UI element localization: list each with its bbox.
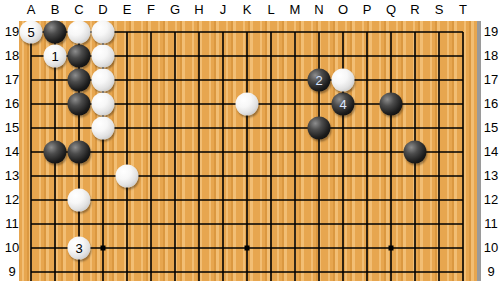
row-label-right-12: 12 bbox=[482, 188, 500, 212]
col-label-E: E bbox=[123, 1, 132, 19]
black-stone-N17[interactable]: 2 bbox=[308, 69, 331, 92]
go-board[interactable]: 24513 bbox=[19, 21, 477, 281]
black-stone-R14[interactable] bbox=[404, 141, 427, 164]
col-label-P: P bbox=[363, 1, 372, 19]
col-label-C: C bbox=[74, 1, 83, 19]
star-point-K10 bbox=[245, 246, 250, 251]
row-label-right-15: 15 bbox=[482, 116, 500, 140]
col-label-R: R bbox=[410, 1, 419, 19]
row-label-left-11: 11 bbox=[0, 212, 24, 236]
row-label-left-19: 19 bbox=[0, 20, 24, 44]
col-label-T: T bbox=[459, 1, 467, 19]
col-label-L: L bbox=[267, 1, 274, 19]
go-kifu-viewport: 24513 ABCDEFGHJKLMNOPQRST191918181717161… bbox=[0, 0, 500, 281]
row-label-right-16: 16 bbox=[482, 92, 500, 116]
white-stone-D17[interactable] bbox=[92, 69, 115, 92]
black-stone-C17[interactable] bbox=[68, 69, 91, 92]
white-stone-D16[interactable] bbox=[92, 93, 115, 116]
col-label-A: A bbox=[27, 1, 36, 19]
black-stone-C16[interactable] bbox=[68, 93, 91, 116]
col-label-H: H bbox=[194, 1, 203, 19]
board-edge-shadow bbox=[477, 21, 481, 281]
black-stone-C14[interactable] bbox=[68, 141, 91, 164]
star-point-Q10 bbox=[389, 246, 394, 251]
col-label-B: B bbox=[51, 1, 60, 19]
row-label-right-11: 11 bbox=[482, 212, 500, 236]
row-label-left-15: 15 bbox=[0, 116, 24, 140]
white-stone-C10[interactable]: 3 bbox=[68, 237, 91, 260]
row-label-right-19: 19 bbox=[482, 20, 500, 44]
col-label-O: O bbox=[338, 1, 348, 19]
white-stone-C19[interactable] bbox=[68, 21, 91, 44]
col-label-K: K bbox=[243, 1, 252, 19]
white-stone-C12[interactable] bbox=[68, 189, 91, 212]
col-label-M: M bbox=[290, 1, 301, 19]
white-stone-D19[interactable] bbox=[92, 21, 115, 44]
row-label-right-17: 17 bbox=[482, 68, 500, 92]
star-point-D10 bbox=[101, 246, 106, 251]
black-stone-C18[interactable] bbox=[68, 45, 91, 68]
black-stone-Q16[interactable] bbox=[380, 93, 403, 116]
black-stone-B14[interactable] bbox=[44, 141, 67, 164]
row-label-left-16: 16 bbox=[0, 92, 24, 116]
col-label-J: J bbox=[220, 1, 227, 19]
row-label-left-13: 13 bbox=[0, 164, 24, 188]
row-label-left-9: 9 bbox=[0, 260, 24, 281]
white-stone-E13[interactable] bbox=[116, 165, 139, 188]
row-label-right-9: 9 bbox=[482, 260, 500, 281]
col-label-G: G bbox=[170, 1, 180, 19]
white-stone-K16[interactable] bbox=[236, 93, 259, 116]
black-stone-N15[interactable] bbox=[308, 117, 331, 140]
white-stone-O17[interactable] bbox=[332, 69, 355, 92]
col-label-Q: Q bbox=[386, 1, 396, 19]
col-label-D: D bbox=[98, 1, 107, 19]
white-stone-D15[interactable] bbox=[92, 117, 115, 140]
row-label-left-10: 10 bbox=[0, 236, 24, 260]
black-stone-B19[interactable] bbox=[44, 21, 67, 44]
row-label-right-18: 18 bbox=[482, 44, 500, 68]
row-label-left-18: 18 bbox=[0, 44, 24, 68]
col-label-F: F bbox=[147, 1, 155, 19]
row-label-left-17: 17 bbox=[0, 68, 24, 92]
row-label-left-14: 14 bbox=[0, 140, 24, 164]
white-stone-D18[interactable] bbox=[92, 45, 115, 68]
row-label-right-10: 10 bbox=[482, 236, 500, 260]
white-stone-B18[interactable]: 1 bbox=[44, 45, 67, 68]
col-label-S: S bbox=[435, 1, 444, 19]
black-stone-O16[interactable]: 4 bbox=[332, 93, 355, 116]
col-label-N: N bbox=[314, 1, 323, 19]
row-label-right-13: 13 bbox=[482, 164, 500, 188]
row-label-right-14: 14 bbox=[482, 140, 500, 164]
row-label-left-12: 12 bbox=[0, 188, 24, 212]
